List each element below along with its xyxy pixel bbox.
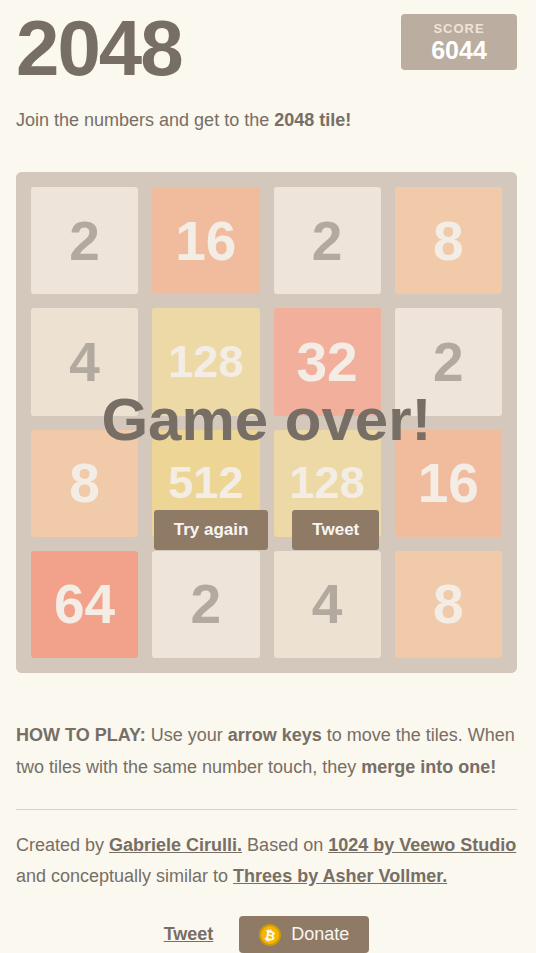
link-1024-veewo[interactable]: 1024 by Veewo Studio [328, 835, 516, 855]
divider [16, 809, 517, 810]
credits: Created by Gabriele Cirulli. Based on 10… [16, 830, 517, 892]
game-over-overlay: Game over! Try again Tweet [16, 172, 517, 673]
game-over-message: Game over! [101, 384, 431, 456]
donate-button[interactable]: ₿ Donate [239, 916, 369, 953]
subtitle: Join the numbers and get to the 2048 til… [16, 108, 517, 132]
credits-text-1: Created by [16, 835, 109, 855]
game-board: 21628412832285121281664248 Game over! Tr… [16, 172, 517, 673]
page-title: 2048 [16, 8, 182, 88]
donate-label: Donate [291, 924, 349, 945]
overlay-tweet-button[interactable]: Tweet [292, 510, 379, 550]
score-value: 6044 [416, 36, 502, 64]
header: 2048 SCORE 6044 [16, 8, 517, 94]
subtitle-text: Join the numbers and get to the [16, 110, 274, 130]
page: 2048 SCORE 6044 Join the numbers and get… [16, 8, 517, 953]
overlay-buttons: Try again Tweet [154, 510, 380, 550]
howto-text-1: Use your [146, 725, 228, 745]
bitcoin-icon: ₿ [258, 922, 283, 947]
footer-actions: Tweet ₿ Donate [16, 916, 517, 953]
subtitle-goal: 2048 tile! [274, 110, 351, 130]
try-again-button[interactable]: Try again [154, 510, 269, 550]
link-threes-vollmer[interactable]: Threes by Asher Vollmer. [233, 866, 447, 886]
footer-tweet-link[interactable]: Tweet [164, 924, 214, 945]
howto-bold-merge: merge into one! [361, 757, 496, 777]
link-gabriele-cirulli[interactable]: Gabriele Cirulli. [109, 835, 242, 855]
score-label: SCORE [416, 21, 502, 36]
score-box: SCORE 6044 [401, 14, 517, 70]
how-to-play: HOW TO PLAY: Use your arrow keys to move… [16, 719, 517, 783]
credits-text-2: Based on [242, 835, 328, 855]
howto-heading: HOW TO PLAY: [16, 725, 146, 745]
credits-text-3: and conceptually similar to [16, 866, 233, 886]
howto-bold-arrow-keys: arrow keys [228, 725, 322, 745]
